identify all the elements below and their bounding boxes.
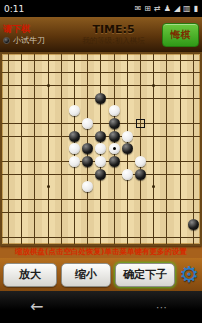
gomoku-app: 0:11 ✉ ⊞ ⇄ ♟ ◢ ▥ ▮ 请下棋 小试牛刀 TIME:5 我的等级:…	[0, 0, 202, 323]
stone-white	[109, 143, 120, 154]
difficulty-radio-icon	[3, 37, 10, 44]
stone-black	[109, 118, 120, 129]
header-left: 请下棋 小试牛刀	[3, 24, 65, 46]
stone-black	[95, 93, 106, 104]
stone-black	[122, 143, 133, 154]
tip-text: 缩放棋盘(点击空白处恢复)单击菜单键有更多的设置	[15, 247, 187, 257]
undo-button[interactable]: 悔棋	[162, 23, 199, 47]
android-nav-bar: ← ⋯	[0, 291, 202, 323]
stone-white	[82, 118, 93, 129]
stone-black	[69, 131, 80, 142]
chat-icon: ✉	[135, 4, 142, 13]
zoom-out-button[interactable]: 缩小	[61, 263, 111, 287]
star-point	[47, 84, 50, 87]
star-point	[152, 185, 155, 188]
stone-black	[188, 219, 199, 230]
stone-black	[82, 156, 93, 167]
hint-square-marker	[136, 119, 145, 128]
stone-black	[109, 131, 120, 142]
timer-text: TIME:5	[92, 24, 134, 35]
stone-black	[95, 169, 106, 180]
stone-white	[122, 131, 133, 142]
zoom-in-button[interactable]: 放大	[3, 263, 57, 287]
profile-icon: ♟	[164, 4, 171, 13]
stone-white	[135, 156, 146, 167]
clock-text: 0:11	[4, 4, 24, 14]
stone-black	[109, 156, 120, 167]
settings-gear-icon[interactable]: ⚙	[179, 264, 199, 286]
footer-buttons: 放大 缩小 确定下子 ⚙	[0, 258, 202, 291]
menu-dots-icon[interactable]: ⋯	[156, 301, 168, 314]
turn-status-text: 请下棋	[3, 24, 65, 34]
difficulty-selector[interactable]: 小试牛刀	[3, 35, 65, 46]
status-icons: ✉ ⊞ ⇄ ♟ ◢ ▥ ▮	[135, 4, 198, 13]
battery-icon: ▮	[194, 4, 198, 13]
stone-white	[69, 156, 80, 167]
screenshot-icon: ⊞	[144, 4, 151, 13]
header-center: TIME:5 我的等级:初入棋坛	[65, 24, 162, 46]
game-header: 请下棋 小试牛刀 TIME:5 我的等级:初入棋坛 悔棋	[0, 17, 202, 52]
stone-white	[122, 169, 133, 180]
star-point	[152, 84, 155, 87]
board-grid[interactable]	[2, 54, 200, 244]
stone-white	[109, 105, 120, 116]
stone-white	[95, 143, 106, 154]
stone-white	[69, 143, 80, 154]
stone-black	[135, 169, 146, 180]
stone-black	[95, 131, 106, 142]
status-bar: 0:11 ✉ ⊞ ⇄ ♟ ◢ ▥ ▮	[0, 0, 202, 17]
stone-white	[69, 105, 80, 116]
sim-icon: ▥	[183, 4, 191, 13]
back-icon[interactable]: ←	[30, 299, 43, 315]
board-frame	[0, 52, 202, 246]
confirm-move-button[interactable]: 确定下子	[115, 263, 175, 287]
stone-white	[82, 181, 93, 192]
star-point	[47, 185, 50, 188]
last-move-dot	[113, 147, 116, 150]
stone-black	[82, 143, 93, 154]
usb-icon: ⇄	[154, 4, 161, 13]
signal-icon: ◢	[174, 4, 180, 13]
difficulty-label: 小试牛刀	[13, 35, 45, 46]
rank-text: 我的等级:初入棋坛	[82, 36, 145, 46]
stone-white	[95, 156, 106, 167]
tip-bar: 缩放棋盘(点击空白处恢复)单击菜单键有更多的设置	[0, 246, 202, 258]
